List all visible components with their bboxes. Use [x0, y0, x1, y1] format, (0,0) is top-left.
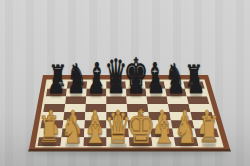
piece-white-rook: ♜ — [198, 112, 221, 148]
piece-black-pawn: ♟ — [167, 69, 185, 98]
chess-photo-scene: ♜♞♝♛♚♝♞♜♟♟♟♟♟♟♟♟♟♟♟♟♟♟♟♟♜♞♝♛♚♝♞♜ — [0, 0, 250, 166]
piece-white-knight: ♞ — [61, 112, 84, 149]
piece-black-pawn: ♟ — [147, 69, 165, 98]
piece-black-pawn: ♟ — [187, 69, 205, 98]
piece-white-bishop: ♝ — [151, 109, 176, 149]
piece-white-rook: ♜ — [38, 112, 61, 148]
piece-black-pawn: ♟ — [107, 69, 125, 98]
piece-black-pawn: ♟ — [87, 69, 105, 98]
piece-white-knight: ♞ — [175, 112, 198, 149]
pieces-layer: ♜♞♝♛♚♝♞♜♟♟♟♟♟♟♟♟♟♟♟♟♟♟♟♟♜♞♝♛♚♝♞♜ — [0, 0, 250, 166]
piece-black-pawn: ♟ — [47, 69, 65, 98]
piece-black-pawn: ♟ — [127, 69, 145, 98]
piece-black-pawn: ♟ — [67, 69, 85, 98]
